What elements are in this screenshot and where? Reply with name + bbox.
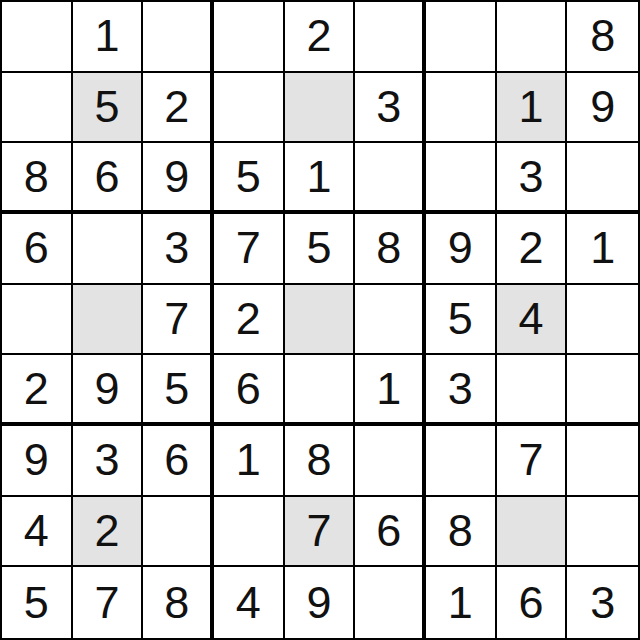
cell-r8c7[interactable]: 8 <box>426 497 497 568</box>
cell-r1c2[interactable]: 1 <box>73 2 144 73</box>
cell-r8c1[interactable]: 4 <box>2 497 73 568</box>
cell-r6c1[interactable]: 2 <box>2 355 73 426</box>
cell-r9c6[interactable] <box>355 567 426 638</box>
cell-r3c7[interactable] <box>426 143 497 214</box>
cell-r9c7[interactable]: 1 <box>426 567 497 638</box>
cell-r7c8[interactable]: 7 <box>497 426 568 497</box>
cell-r6c9[interactable] <box>567 355 638 426</box>
cell-r2c1[interactable] <box>2 73 73 144</box>
cell-r3c4[interactable]: 5 <box>214 143 285 214</box>
cell-r1c9[interactable]: 8 <box>567 2 638 73</box>
cell-r5c8[interactable]: 4 <box>497 285 568 356</box>
cell-r6c3[interactable]: 5 <box>143 355 214 426</box>
cell-r2c6[interactable]: 3 <box>355 73 426 144</box>
cell-r1c1[interactable] <box>2 2 73 73</box>
cell-r5c9[interactable] <box>567 285 638 356</box>
cell-r1c5[interactable]: 2 <box>285 2 356 73</box>
cell-r4c4[interactable]: 7 <box>214 214 285 285</box>
cell-r6c4[interactable]: 6 <box>214 355 285 426</box>
cell-r7c6[interactable] <box>355 426 426 497</box>
cell-r4c8[interactable]: 2 <box>497 214 568 285</box>
cell-r3c1[interactable]: 8 <box>2 143 73 214</box>
cell-r6c5[interactable] <box>285 355 356 426</box>
cell-r3c5[interactable]: 1 <box>285 143 356 214</box>
cell-r8c6[interactable]: 6 <box>355 497 426 568</box>
cell-r9c1[interactable]: 5 <box>2 567 73 638</box>
cell-r2c7[interactable] <box>426 73 497 144</box>
cell-r3c8[interactable]: 3 <box>497 143 568 214</box>
cell-r4c6[interactable]: 8 <box>355 214 426 285</box>
cell-r5c5[interactable] <box>285 285 356 356</box>
cell-r6c8[interactable] <box>497 355 568 426</box>
cell-r3c6[interactable] <box>355 143 426 214</box>
cell-r6c2[interactable]: 9 <box>73 355 144 426</box>
cell-r4c7[interactable]: 9 <box>426 214 497 285</box>
cell-r6c7[interactable]: 3 <box>426 355 497 426</box>
cell-r7c7[interactable] <box>426 426 497 497</box>
sudoku-board: 1285231986951363758921725429561393618742… <box>0 0 640 640</box>
cell-r8c5[interactable]: 7 <box>285 497 356 568</box>
cell-r1c7[interactable] <box>426 2 497 73</box>
cell-r7c5[interactable]: 8 <box>285 426 356 497</box>
cell-r2c2[interactable]: 5 <box>73 73 144 144</box>
cell-r8c8[interactable] <box>497 497 568 568</box>
cell-r1c3[interactable] <box>143 2 214 73</box>
cell-r7c4[interactable]: 1 <box>214 426 285 497</box>
cell-r4c2[interactable] <box>73 214 144 285</box>
cell-r2c3[interactable]: 2 <box>143 73 214 144</box>
cell-r5c4[interactable]: 2 <box>214 285 285 356</box>
cell-r1c4[interactable] <box>214 2 285 73</box>
cell-r5c3[interactable]: 7 <box>143 285 214 356</box>
cell-r8c2[interactable]: 2 <box>73 497 144 568</box>
cell-r9c3[interactable]: 8 <box>143 567 214 638</box>
cell-r1c6[interactable] <box>355 2 426 73</box>
cell-r9c4[interactable]: 4 <box>214 567 285 638</box>
cell-r3c9[interactable] <box>567 143 638 214</box>
cell-r5c1[interactable] <box>2 285 73 356</box>
cell-r4c1[interactable]: 6 <box>2 214 73 285</box>
cell-r4c3[interactable]: 3 <box>143 214 214 285</box>
cell-r2c8[interactable]: 1 <box>497 73 568 144</box>
cell-r9c9[interactable]: 3 <box>567 567 638 638</box>
cell-r3c3[interactable]: 9 <box>143 143 214 214</box>
cell-r7c2[interactable]: 3 <box>73 426 144 497</box>
cell-r5c7[interactable]: 5 <box>426 285 497 356</box>
cell-r9c5[interactable]: 9 <box>285 567 356 638</box>
cell-r3c2[interactable]: 6 <box>73 143 144 214</box>
cell-r4c9[interactable]: 1 <box>567 214 638 285</box>
cell-r8c4[interactable] <box>214 497 285 568</box>
cell-r7c9[interactable] <box>567 426 638 497</box>
cell-r5c2[interactable] <box>73 285 144 356</box>
cell-r5c6[interactable] <box>355 285 426 356</box>
cell-r7c3[interactable]: 6 <box>143 426 214 497</box>
cell-r8c3[interactable] <box>143 497 214 568</box>
cell-r8c9[interactable] <box>567 497 638 568</box>
cell-r6c6[interactable]: 1 <box>355 355 426 426</box>
cell-r1c8[interactable] <box>497 2 568 73</box>
cell-r2c9[interactable]: 9 <box>567 73 638 144</box>
cell-r7c1[interactable]: 9 <box>2 426 73 497</box>
cell-r9c2[interactable]: 7 <box>73 567 144 638</box>
cell-r2c5[interactable] <box>285 73 356 144</box>
cell-r9c8[interactable]: 6 <box>497 567 568 638</box>
cell-r2c4[interactable] <box>214 73 285 144</box>
cell-r4c5[interactable]: 5 <box>285 214 356 285</box>
